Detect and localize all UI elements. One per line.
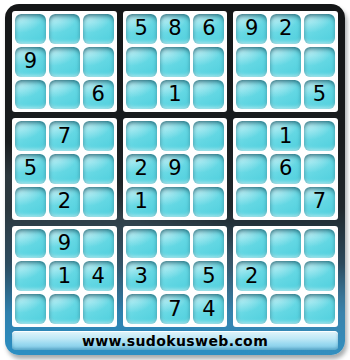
sudoku-cell-r5c1[interactable]: 5 [15,154,46,184]
sudoku-cell-r8c4[interactable]: 3 [126,261,157,291]
given-digit: 9 [168,158,181,179]
sudoku-cell-r3c6[interactable] [193,80,224,110]
sudoku-cell-r7c4[interactable] [126,229,157,259]
sudoku-cell-r1c3[interactable] [83,14,114,44]
sudoku-cell-r3c8[interactable] [270,80,301,110]
given-digit: 2 [58,191,71,212]
sudoku-cell-r3c7[interactable] [236,80,267,110]
sudoku-cell-r2c4[interactable] [126,47,157,77]
given-digit: 2 [134,158,147,179]
given-digit: 6 [92,84,105,105]
sudoku-cell-r2c6[interactable] [193,47,224,77]
sudoku-cell-r4c1[interactable] [15,121,46,151]
sudoku-cell-r5c8[interactable]: 6 [270,154,301,184]
given-digit: 4 [202,299,215,320]
sudoku-cell-r5c7[interactable] [236,154,267,184]
sudoku-cell-r3c5[interactable]: 1 [160,80,191,110]
sudoku-cell-r5c4[interactable]: 2 [126,154,157,184]
sudoku-cell-r3c3[interactable]: 6 [83,80,114,110]
given-digit: 1 [168,84,181,105]
sudoku-box-5: 291 [123,118,228,219]
site-footer-bar: www.sudokusweb.com [12,331,338,350]
given-digit: 5 [24,158,37,179]
sudoku-cell-r6c7[interactable] [236,187,267,217]
given-digit: 9 [245,18,258,39]
board-frame: 96 5861 925 752 291 167 914 3574 2 www.s… [5,4,345,355]
sudoku-board: 96 5861 925 752 291 167 914 3574 2 [12,11,338,327]
sudoku-box-3: 925 [233,11,338,112]
sudoku-cell-r3c9[interactable]: 5 [304,80,335,110]
sudoku-cell-r9c7[interactable] [236,294,267,324]
sudoku-cell-r7c2[interactable]: 9 [49,229,80,259]
sudoku-cell-r9c4[interactable] [126,294,157,324]
given-digit: 2 [245,266,258,287]
sudoku-cell-r2c7[interactable] [236,47,267,77]
sudoku-cell-r8c9[interactable] [304,261,335,291]
sudoku-cell-r7c1[interactable] [15,229,46,259]
sudoku-cell-r4c3[interactable] [83,121,114,151]
sudoku-cell-r6c3[interactable] [83,187,114,217]
sudoku-box-1: 96 [12,11,117,112]
sudoku-cell-r4c9[interactable] [304,121,335,151]
sudoku-cell-r3c2[interactable] [49,80,80,110]
given-digit: 1 [58,266,71,287]
given-digit: 2 [279,18,292,39]
sudoku-cell-r8c6[interactable]: 5 [193,261,224,291]
sudoku-cell-r8c8[interactable] [270,261,301,291]
sudoku-cell-r8c2[interactable]: 1 [49,261,80,291]
sudoku-box-6: 167 [233,118,338,219]
sudoku-cell-r6c2[interactable]: 2 [49,187,80,217]
sudoku-cell-r5c6[interactable] [193,154,224,184]
sudoku-cell-r1c4[interactable]: 5 [126,14,157,44]
sudoku-cell-r2c2[interactable] [49,47,80,77]
sudoku-cell-r2c5[interactable] [160,47,191,77]
sudoku-box-7: 914 [12,226,117,327]
sudoku-cell-r4c6[interactable] [193,121,224,151]
given-digit: 3 [134,266,147,287]
given-digit: 6 [279,158,292,179]
sudoku-cell-r9c9[interactable] [304,294,335,324]
given-digit: 8 [168,18,181,39]
sudoku-cell-r6c5[interactable] [160,187,191,217]
given-digit: 4 [92,266,105,287]
sudoku-cell-r8c1[interactable] [15,261,46,291]
sudoku-cell-r1c1[interactable] [15,14,46,44]
sudoku-cell-r9c5[interactable]: 7 [160,294,191,324]
given-digit: 7 [58,126,71,147]
given-digit: 5 [313,84,326,105]
sudoku-cell-r3c1[interactable] [15,80,46,110]
sudoku-cell-r5c2[interactable] [49,154,80,184]
given-digit: 6 [202,18,215,39]
sudoku-cell-r8c7[interactable]: 2 [236,261,267,291]
sudoku-cell-r6c9[interactable]: 7 [304,187,335,217]
given-digit: 9 [24,51,37,72]
sudoku-cell-r1c7[interactable]: 9 [236,14,267,44]
sudoku-cell-r8c5[interactable] [160,261,191,291]
sudoku-cell-r1c2[interactable] [49,14,80,44]
sudoku-cell-r6c4[interactable]: 1 [126,187,157,217]
sudoku-box-8: 3574 [123,226,228,327]
sudoku-box-4: 752 [12,118,117,219]
sudoku-cell-r6c8[interactable] [270,187,301,217]
given-digit: 7 [168,299,181,320]
sudoku-cell-r4c8[interactable]: 1 [270,121,301,151]
sudoku-box-2: 5861 [123,11,228,112]
sudoku-cell-r4c7[interactable] [236,121,267,151]
sudoku-cell-r7c8[interactable] [270,229,301,259]
sudoku-cell-r2c8[interactable] [270,47,301,77]
given-digit: 1 [134,191,147,212]
given-digit: 9 [58,233,71,254]
given-digit: 1 [279,126,292,147]
sudoku-cell-r9c1[interactable] [15,294,46,324]
sudoku-cell-r7c6[interactable] [193,229,224,259]
sudoku-cell-r2c3[interactable] [83,47,114,77]
sudoku-cell-r9c3[interactable] [83,294,114,324]
sudoku-cell-r9c2[interactable] [49,294,80,324]
sudoku-cell-r4c5[interactable] [160,121,191,151]
given-digit: 5 [134,18,147,39]
sudoku-cell-r4c4[interactable] [126,121,157,151]
sudoku-cell-r6c6[interactable] [193,187,224,217]
sudoku-cell-r7c9[interactable] [304,229,335,259]
sudoku-cell-r6c1[interactable] [15,187,46,217]
site-url[interactable]: www.sudokusweb.com [82,333,268,349]
sudoku-cell-r5c3[interactable] [83,154,114,184]
sudoku-cell-r8c3[interactable]: 4 [83,261,114,291]
sudoku-cell-r3c4[interactable] [126,80,157,110]
sudoku-cell-r9c8[interactable] [270,294,301,324]
sudoku-cell-r5c9[interactable] [304,154,335,184]
sudoku-cell-r2c9[interactable] [304,47,335,77]
sudoku-cell-r5c5[interactable]: 9 [160,154,191,184]
sudoku-box-9: 2 [233,226,338,327]
sudoku-cell-r1c5[interactable]: 8 [160,14,191,44]
given-digit: 5 [202,266,215,287]
sudoku-cell-r2c1[interactable]: 9 [15,47,46,77]
sudoku-cell-r9c6[interactable]: 4 [193,294,224,324]
sudoku-cell-r7c7[interactable] [236,229,267,259]
sudoku-cell-r1c9[interactable] [304,14,335,44]
sudoku-cell-r7c3[interactable] [83,229,114,259]
given-digit: 7 [313,191,326,212]
sudoku-cell-r7c5[interactable] [160,229,191,259]
sudoku-cell-r1c8[interactable]: 2 [270,14,301,44]
sudoku-cell-r1c6[interactable]: 6 [193,14,224,44]
sudoku-cell-r4c2[interactable]: 7 [49,121,80,151]
